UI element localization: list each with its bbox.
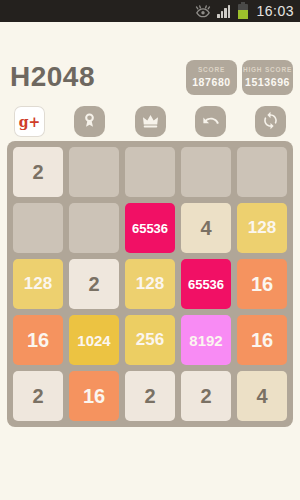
leaderboard-button[interactable] [135, 106, 166, 137]
app-screen: 16:03 H2048 SCORE 187680 HIGH SCORE 1513… [0, 0, 300, 500]
tile-2: 2 [125, 371, 175, 421]
high-score-value: 1513696 [242, 76, 293, 88]
medal-icon [80, 111, 99, 133]
undo-arrow-icon [201, 111, 220, 133]
clock-text: 16:03 [256, 3, 294, 19]
eye-icon [195, 5, 211, 18]
google-plus-share-button[interactable]: g+ [14, 106, 45, 137]
board[interactable]: 2655364128128212865536161610242568192162… [7, 141, 293, 427]
tile-4: 4 [237, 371, 287, 421]
high-score-label: HIGH SCORE [242, 66, 293, 73]
tile-128: 128 [237, 203, 287, 253]
empty-cell [237, 147, 287, 197]
undo-button[interactable] [195, 106, 226, 137]
empty-cell [69, 147, 119, 197]
tile-16: 16 [237, 259, 287, 309]
signal-strength-icon [217, 5, 230, 18]
app-title: H2048 [10, 60, 186, 94]
score-value: 187680 [186, 76, 237, 88]
tile-16: 16 [237, 315, 287, 365]
tile-256: 256 [125, 315, 175, 365]
tile-2: 2 [13, 371, 63, 421]
score-badges: SCORE 187680 HIGH SCORE 1513696 [186, 60, 293, 95]
achievements-button[interactable] [74, 106, 105, 137]
empty-cell [181, 147, 231, 197]
tile-128: 128 [125, 259, 175, 309]
tile-16: 16 [13, 315, 63, 365]
score-badge: SCORE 187680 [186, 60, 237, 95]
tile-8192: 8192 [181, 315, 231, 365]
tile-16: 16 [69, 371, 119, 421]
tile-65536: 65536 [125, 203, 175, 253]
empty-cell [69, 203, 119, 253]
google-plus-icon: g+ [19, 115, 41, 129]
tile-128: 128 [13, 259, 63, 309]
high-score-badge: HIGH SCORE 1513696 [242, 60, 293, 95]
empty-cell [13, 203, 63, 253]
score-label: SCORE [186, 66, 237, 73]
tile-65536: 65536 [181, 259, 231, 309]
header: H2048 SCORE 187680 HIGH SCORE 1513696 [0, 60, 300, 95]
tile-2: 2 [13, 147, 63, 197]
empty-cell [125, 147, 175, 197]
android-status-bar[interactable]: 16:03 [0, 0, 300, 22]
tile-2: 2 [69, 259, 119, 309]
crown-icon [141, 111, 160, 133]
toolbar: g+ [0, 106, 300, 137]
restart-button[interactable] [255, 106, 286, 137]
tile-4: 4 [181, 203, 231, 253]
tile-1024: 1024 [69, 315, 119, 365]
tile-2: 2 [181, 371, 231, 421]
sync-refresh-icon [261, 111, 280, 133]
battery-icon [238, 4, 248, 19]
